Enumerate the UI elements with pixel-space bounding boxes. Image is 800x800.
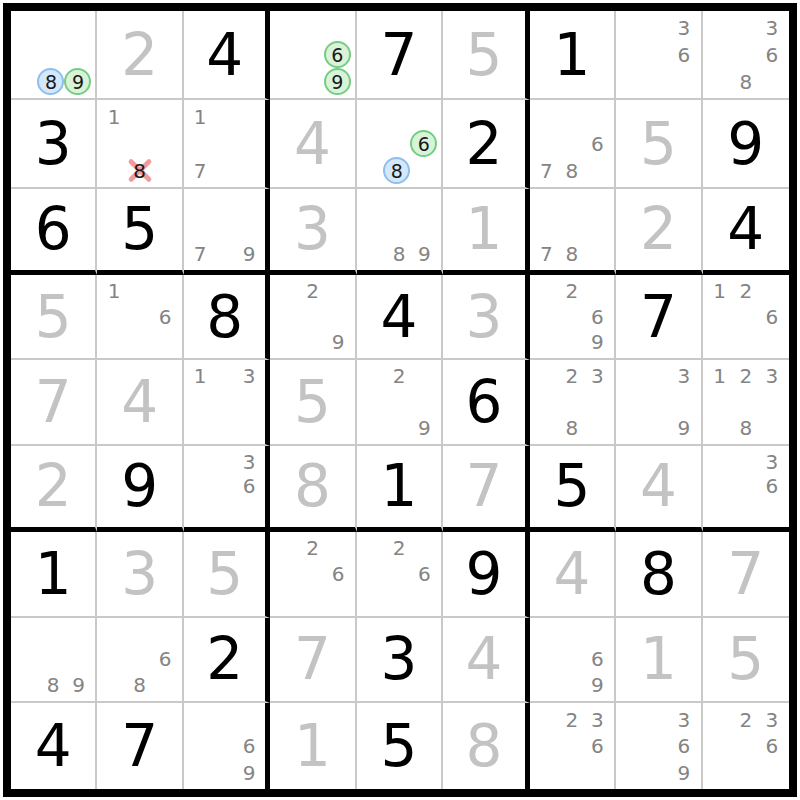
candidate-digit: 7	[194, 242, 207, 266]
candidate-digit: 6	[243, 474, 256, 498]
candidate-grid: 269	[530, 275, 614, 359]
candidate-digit: 2	[306, 279, 319, 303]
cell-r5c8[interactable]: 39	[616, 360, 702, 446]
given-digit: 9	[121, 457, 158, 515]
candidate-digit: 8	[566, 416, 579, 440]
candidate-1: 1	[707, 363, 733, 389]
candidate-6: 6	[585, 733, 610, 760]
solved-digit: 7	[465, 457, 502, 515]
candidate-6: 6	[237, 474, 261, 499]
solved-digit: 4	[294, 115, 331, 173]
candidate-6: 6	[237, 733, 261, 760]
given-digit: 9	[465, 545, 502, 603]
candidate-digit: 2	[566, 364, 579, 388]
candidate-9: 9	[671, 415, 696, 441]
candidate-6: 6	[325, 561, 350, 587]
candidate-digit: 6	[766, 305, 779, 329]
candidate-digit: 8	[739, 416, 752, 440]
candidate-grid: 89	[357, 189, 441, 270]
candidate-grid: 16	[97, 275, 181, 359]
solved-digit: 1	[465, 200, 502, 258]
given-digit: 4	[206, 26, 243, 84]
candidate-7: 7	[534, 157, 559, 184]
candidate-digit: 3	[766, 708, 779, 732]
candidate-grid: 17	[184, 100, 265, 187]
solved-digit: 5	[465, 26, 502, 84]
given-digit: 8	[640, 545, 677, 603]
candidate-grid: 26	[357, 532, 441, 616]
candidate-digit: 9	[332, 330, 345, 354]
candidate-digit: 1	[108, 105, 121, 129]
solved-digit: 5	[294, 373, 331, 431]
candidate-9: 9	[412, 415, 437, 441]
solved-digit: 5	[640, 115, 677, 173]
candidate-digit: 1	[194, 364, 207, 388]
given-digit: 5	[553, 457, 590, 515]
candidate-digit: 9	[72, 673, 85, 697]
candidate-digit: 8	[47, 673, 60, 697]
candidate-digit: 6	[159, 647, 172, 671]
candidate-2: 2	[733, 363, 759, 389]
candidate-3: 3	[759, 14, 785, 41]
solved-digit: 1	[640, 630, 677, 688]
cell-r5c7[interactable]: 238	[530, 360, 616, 446]
candidate-9: 9	[325, 330, 350, 356]
given-digit: 2	[206, 630, 243, 688]
cell-r7c9[interactable]: 7	[703, 532, 789, 618]
given-digit: 5	[121, 200, 158, 258]
cell-r3c2[interactable]: 5	[97, 189, 183, 275]
given-digit: 3	[381, 630, 418, 688]
candidate-digit: 3	[766, 450, 779, 474]
candidate-1: 1	[101, 103, 126, 130]
cell-r8c1[interactable]: 89	[11, 618, 97, 704]
candidate-grid: 13	[184, 360, 265, 444]
solved-digit: 5	[727, 630, 764, 688]
given-digit: 7	[381, 26, 418, 84]
cell-r8c9[interactable]: 5	[703, 618, 789, 704]
candidate-6: 6	[671, 733, 696, 760]
cell-r7c2[interactable]: 3	[97, 532, 183, 618]
cell-r1c2[interactable]: 2	[97, 11, 183, 100]
candidate-6: 6	[759, 733, 785, 760]
candidate-3: 3	[671, 706, 696, 733]
candidate-digit: 1	[713, 279, 726, 303]
candidate-9: 9	[237, 759, 261, 786]
candidate-grid: 238	[530, 360, 614, 444]
given-digit: 9	[727, 115, 764, 173]
cell-r2c7[interactable]: 678	[530, 100, 616, 189]
candidate-digit: 3	[677, 708, 690, 732]
candidate-digit: 6	[677, 734, 690, 758]
candidate-digit: 6	[591, 647, 604, 671]
candidate-digit: 2	[306, 536, 319, 560]
candidate-digit: 2	[739, 364, 752, 388]
candidate-grid: 29	[270, 275, 354, 359]
cell-r9c9[interactable]: 236	[703, 703, 789, 789]
candidate-digit: 6	[766, 43, 779, 67]
cell-r8c4[interactable]: 7	[270, 618, 356, 704]
cell-r9c1[interactable]: 4	[11, 703, 97, 789]
given-digit: 7	[640, 288, 677, 346]
candidate-7: 7	[534, 242, 559, 267]
candidate-grid: 678	[530, 100, 614, 187]
candidate-digit: 8	[133, 673, 146, 697]
candidate-8: 8	[733, 68, 759, 95]
cell-r2c5[interactable]: 68	[357, 100, 443, 189]
solved-digit: 2	[121, 26, 158, 84]
candidate-grid: 18	[97, 100, 181, 187]
candidate-2: 2	[733, 278, 759, 304]
cell-r5c5[interactable]: 29	[357, 360, 443, 446]
candidate-digit: 3	[591, 364, 604, 388]
cell-r5c9[interactable]: 1238	[703, 360, 789, 446]
candidate-digit: 8	[739, 70, 752, 94]
candidate-8: 8	[559, 242, 584, 267]
candidate-6: 6	[412, 561, 437, 587]
cell-r2c8[interactable]: 5	[616, 100, 702, 189]
given-digit: 1	[553, 26, 590, 84]
cell-r9c5[interactable]: 5	[357, 703, 443, 789]
cell-r4c9[interactable]: 126	[703, 275, 789, 361]
candidate-6: 6	[759, 304, 785, 330]
candidate-1: 1	[188, 363, 212, 389]
candidate-3: 3	[237, 449, 261, 474]
candidate-8: 8	[386, 242, 411, 267]
cell-r4c6[interactable]: 3	[443, 275, 529, 361]
solved-digit: 2	[640, 200, 677, 258]
cell-r6c8[interactable]: 4	[616, 446, 702, 532]
candidate-grid: 1238	[703, 360, 789, 444]
cell-r7c8[interactable]: 8	[616, 532, 702, 618]
candidate-9-circled-green: 9	[324, 68, 351, 95]
cell-r7c5[interactable]: 26	[357, 532, 443, 618]
candidate-digit: 2	[739, 279, 752, 303]
cell-r7c3[interactable]: 5	[184, 532, 270, 618]
candidate-digit: 1	[713, 364, 726, 388]
cell-r3c7[interactable]: 78	[530, 189, 616, 275]
candidate-8-circled-blue: 8	[383, 157, 410, 184]
candidate-grid: 69	[530, 618, 614, 702]
given-digit: 1	[35, 545, 72, 603]
cell-r2c2[interactable]: 18	[97, 100, 183, 189]
candidate-1: 1	[188, 103, 212, 130]
candidate-digit: 6	[418, 133, 430, 155]
cell-r1c6[interactable]: 5	[443, 11, 529, 100]
candidate-6: 6	[671, 41, 696, 68]
candidate-digit: 6	[766, 734, 779, 758]
given-digit: 2	[465, 115, 502, 173]
cell-r9c6[interactable]: 8	[443, 703, 529, 789]
candidate-grid: 236	[530, 703, 614, 789]
cell-r7c7[interactable]: 4	[530, 532, 616, 618]
given-digit: 4	[381, 288, 418, 346]
candidate-digit: 9	[418, 242, 431, 266]
solved-digit: 8	[294, 457, 331, 515]
candidate-9: 9	[585, 330, 610, 356]
cell-r2c4[interactable]: 4	[270, 100, 356, 189]
cell-r6c7[interactable]: 5	[530, 446, 616, 532]
candidate-digit: 3	[243, 364, 256, 388]
cell-r9c7[interactable]: 236	[530, 703, 616, 789]
cell-r2c3[interactable]: 17	[184, 100, 270, 189]
candidate-digit: 6	[677, 43, 690, 67]
candidate-digit: 7	[540, 242, 553, 266]
solved-digit: 5	[206, 545, 243, 603]
cell-r8c5[interactable]: 3	[357, 618, 443, 704]
candidate-digit: 8	[566, 159, 579, 183]
candidate-grid: 79	[184, 189, 265, 270]
solved-digit: 1	[294, 717, 331, 775]
cell-r6c4[interactable]: 8	[270, 446, 356, 532]
candidate-digit: 2	[566, 708, 579, 732]
candidate-digit: 6	[331, 44, 343, 66]
candidate-8: 8	[733, 415, 759, 441]
cell-r6c9[interactable]: 36	[703, 446, 789, 532]
candidate-digit: 3	[766, 364, 779, 388]
candidate-grid: 68	[357, 100, 441, 187]
candidate-digit: 9	[677, 761, 690, 785]
candidate-digit: 2	[393, 364, 406, 388]
candidate-digit: 3	[677, 364, 690, 388]
solved-digit: 4	[553, 545, 590, 603]
cell-r5c1[interactable]: 7	[11, 360, 97, 446]
solved-digit: 7	[727, 545, 764, 603]
cell-r6c5[interactable]: 1	[357, 446, 443, 532]
candidate-digit: 9	[677, 416, 690, 440]
cell-r2c6[interactable]: 2	[443, 100, 529, 189]
candidate-digit: 3	[766, 16, 779, 40]
candidate-digit: 3	[243, 450, 256, 474]
cell-r2c1[interactable]: 3	[11, 100, 97, 189]
candidate-2: 2	[386, 363, 411, 389]
candidate-digit: 7	[194, 159, 207, 183]
candidate-digit: 6	[243, 734, 256, 758]
candidate-6-circled-green: 6	[324, 41, 351, 68]
candidate-digit: 8	[393, 242, 406, 266]
candidate-digit: 9	[418, 416, 431, 440]
candidate-digit: 6	[591, 132, 604, 156]
cell-r6c6[interactable]: 7	[443, 446, 529, 532]
cell-r7c6[interactable]: 9	[443, 532, 529, 618]
cell-r9c8[interactable]: 369	[616, 703, 702, 789]
cell-r8c2[interactable]: 68	[97, 618, 183, 704]
solved-digit: 7	[294, 630, 331, 688]
cell-r3c9[interactable]: 4	[703, 189, 789, 275]
solved-digit: 3	[294, 200, 331, 258]
cell-r3c8[interactable]: 2	[616, 189, 702, 275]
candidate-grid: 69	[184, 703, 265, 789]
candidate-9-circled-green: 9	[64, 68, 91, 95]
candidate-6: 6	[152, 646, 177, 672]
candidate-6: 6	[759, 474, 785, 499]
cell-r3c3[interactable]: 79	[184, 189, 270, 275]
cell-r8c3[interactable]: 2	[184, 618, 270, 704]
cell-r3c1[interactable]: 6	[11, 189, 97, 275]
candidate-2: 2	[733, 706, 759, 733]
candidate-digit: 2	[393, 536, 406, 560]
candidate-grid: 69	[270, 11, 354, 98]
candidate-digit: 8	[133, 159, 146, 183]
cell-r1c5[interactable]: 7	[357, 11, 443, 100]
candidate-8-circled-blue: 8	[37, 68, 64, 95]
candidate-grid: 89	[11, 618, 95, 702]
candidate-2: 2	[559, 278, 584, 304]
candidate-digit: 9	[591, 330, 604, 354]
cell-r6c2[interactable]: 9	[97, 446, 183, 532]
cell-r4c3[interactable]: 8	[184, 275, 270, 361]
cell-r7c1[interactable]: 1	[11, 532, 97, 618]
candidate-2: 2	[559, 706, 584, 733]
given-digit: 4	[727, 200, 764, 258]
candidate-1: 1	[707, 278, 733, 304]
candidate-digit: 6	[332, 562, 345, 586]
candidate-3: 3	[759, 706, 785, 733]
candidate-2: 2	[559, 363, 584, 389]
cell-r5c2[interactable]: 4	[97, 360, 183, 446]
candidate-9: 9	[671, 759, 696, 786]
candidate-digit: 8	[566, 242, 579, 266]
candidate-digit: 9	[243, 242, 256, 266]
solved-digit: 8	[465, 717, 502, 775]
candidate-3: 3	[759, 449, 785, 474]
candidate-digit: 9	[243, 761, 256, 785]
candidate-6: 6	[152, 304, 177, 330]
candidate-digit: 6	[159, 305, 172, 329]
candidate-grid: 126	[703, 275, 789, 359]
candidate-8: 8	[559, 415, 584, 441]
cell-r8c6[interactable]: 4	[443, 618, 529, 704]
cell-r4c8[interactable]: 7	[616, 275, 702, 361]
cell-r4c2[interactable]: 16	[97, 275, 183, 361]
cell-r1c1[interactable]: 89	[11, 11, 97, 100]
candidate-grid: 26	[270, 532, 354, 616]
solved-digit: 2	[35, 457, 72, 515]
solved-digit: 3	[465, 288, 502, 346]
cell-r4c4[interactable]: 29	[270, 275, 356, 361]
candidate-8: 8	[127, 672, 152, 698]
candidate-digit: 3	[591, 708, 604, 732]
candidate-digit: 9	[72, 71, 84, 93]
candidate-6: 6	[585, 130, 610, 157]
cell-r1c8[interactable]: 36	[616, 11, 702, 100]
cell-r3c5[interactable]: 89	[357, 189, 443, 275]
given-digit: 3	[35, 115, 72, 173]
candidate-8-eliminated: 8	[127, 157, 152, 184]
candidate-7: 7	[188, 157, 212, 184]
cell-r9c4[interactable]: 1	[270, 703, 356, 789]
candidate-8: 8	[559, 157, 584, 184]
candidate-grid: 369	[616, 703, 700, 789]
cell-r9c2[interactable]: 7	[97, 703, 183, 789]
candidate-grid: 39	[616, 360, 700, 444]
candidate-digit: 2	[739, 708, 752, 732]
candidate-digit: 6	[591, 305, 604, 329]
candidate-digit: 6	[766, 474, 779, 498]
candidate-digit: 9	[331, 71, 343, 93]
cell-r1c3[interactable]: 4	[184, 11, 270, 100]
candidate-9: 9	[412, 242, 437, 267]
candidate-grid: 236	[703, 703, 789, 789]
cell-r9c3[interactable]: 69	[184, 703, 270, 789]
given-digit: 6	[35, 200, 72, 258]
candidate-digit: 8	[45, 71, 57, 93]
cell-r8c8[interactable]: 1	[616, 618, 702, 704]
solved-digit: 4	[465, 630, 502, 688]
candidate-digit: 8	[391, 160, 403, 182]
candidate-2: 2	[386, 535, 411, 561]
candidate-8: 8	[40, 672, 65, 698]
candidate-digit: 1	[108, 279, 121, 303]
candidate-9: 9	[66, 672, 91, 698]
candidate-1: 1	[101, 278, 126, 304]
candidate-3: 3	[585, 706, 610, 733]
cell-r2c9[interactable]: 9	[703, 100, 789, 189]
candidate-9: 9	[237, 242, 261, 267]
candidate-6: 6	[585, 304, 610, 330]
candidate-3: 3	[237, 363, 261, 389]
cell-r8c7[interactable]: 69	[530, 618, 616, 704]
cell-r4c5[interactable]: 4	[357, 275, 443, 361]
cell-r6c1[interactable]: 2	[11, 446, 97, 532]
candidate-grid: 29	[357, 360, 441, 444]
given-digit: 8	[206, 288, 243, 346]
candidate-digit: 6	[591, 734, 604, 758]
cell-r6c3[interactable]: 36	[184, 446, 270, 532]
solved-digit: 3	[121, 545, 158, 603]
candidate-6: 6	[759, 41, 785, 68]
solved-digit: 4	[640, 457, 677, 515]
candidate-grid: 36	[184, 446, 265, 527]
candidate-grid: 368	[703, 11, 789, 98]
candidate-6-circled-green: 6	[410, 130, 437, 157]
cell-r1c4[interactable]: 69	[270, 11, 356, 100]
given-digit: 5	[381, 717, 418, 775]
candidate-3: 3	[671, 14, 696, 41]
cell-r5c6[interactable]: 6	[443, 360, 529, 446]
candidate-6: 6	[585, 646, 610, 672]
cell-r3c6[interactable]: 1	[443, 189, 529, 275]
candidate-digit: 9	[591, 673, 604, 697]
cell-r4c7[interactable]: 269	[530, 275, 616, 361]
candidate-grid: 89	[11, 11, 95, 98]
given-digit: 4	[35, 717, 72, 775]
candidate-digit: 1	[194, 105, 207, 129]
candidate-digit: 6	[418, 562, 431, 586]
solved-digit: 5	[35, 288, 72, 346]
candidate-2: 2	[300, 535, 325, 561]
candidate-3: 3	[671, 363, 696, 389]
given-digit: 6	[465, 373, 502, 431]
solved-digit: 4	[121, 373, 158, 431]
candidate-3: 3	[759, 363, 785, 389]
cell-r5c4[interactable]: 5	[270, 360, 356, 446]
given-digit: 1	[381, 457, 418, 515]
cell-r4c1[interactable]: 5	[11, 275, 97, 361]
candidate-digit: 3	[677, 16, 690, 40]
solved-digit: 7	[35, 373, 72, 431]
cell-r7c4[interactable]: 26	[270, 532, 356, 618]
candidate-2: 2	[300, 278, 325, 304]
candidate-9: 9	[585, 672, 610, 698]
candidate-3: 3	[585, 363, 610, 389]
cell-r3c4[interactable]: 3	[270, 189, 356, 275]
cell-r1c9[interactable]: 368	[703, 11, 789, 100]
sudoku-board: 8924697513636831817468267859657938917824…	[3, 3, 797, 797]
cell-r5c3[interactable]: 13	[184, 360, 270, 446]
candidate-digit: 7	[540, 159, 553, 183]
cell-r1c7[interactable]: 1	[530, 11, 616, 100]
